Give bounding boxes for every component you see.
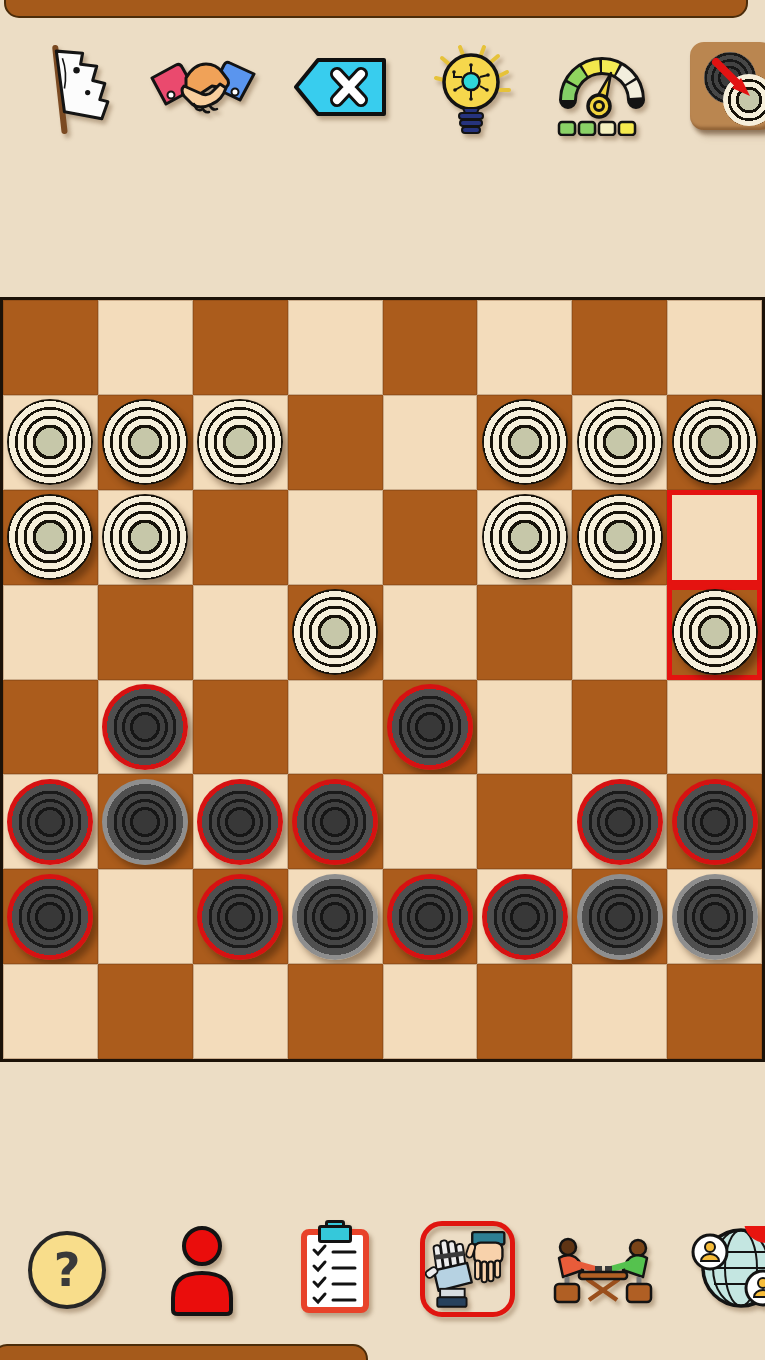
board-square-r6c6[interactable] (572, 869, 667, 964)
white-piece[interactable] (482, 399, 568, 485)
black-piece[interactable] (292, 779, 378, 865)
board-square-r2c4[interactable] (383, 490, 478, 585)
board-square-r0c6[interactable] (572, 300, 667, 395)
vs-computer-button[interactable] (420, 1221, 515, 1317)
board-square-r1c6[interactable] (572, 395, 667, 490)
globe-with-users-icon (686, 1226, 765, 1336)
board-square-r7c3[interactable] (288, 964, 383, 1059)
board-square-r4c6[interactable] (572, 680, 667, 775)
board-square-r6c7[interactable] (667, 869, 762, 964)
hint-button[interactable] (430, 44, 516, 142)
black-piece[interactable] (387, 874, 473, 960)
black-piece[interactable] (387, 684, 473, 770)
board-square-r0c0[interactable] (3, 300, 98, 395)
board-square-r0c1[interactable] (98, 300, 193, 395)
rules-button[interactable] (301, 1229, 369, 1313)
white-piece[interactable] (7, 494, 93, 580)
board-square-r3c1[interactable] (98, 585, 193, 680)
board-square-r2c7[interactable] (667, 490, 762, 585)
board-square-r0c7[interactable] (667, 300, 762, 395)
black-piece[interactable] (292, 874, 378, 960)
black-piece[interactable] (102, 684, 188, 770)
black-piece[interactable] (577, 779, 663, 865)
board-square-r6c5[interactable] (477, 869, 572, 964)
white-piece[interactable] (577, 399, 663, 485)
board-square-r1c2[interactable] (193, 395, 288, 490)
black-piece[interactable] (482, 874, 568, 960)
bottom-brown-bar (0, 1344, 368, 1360)
board-square-r1c7[interactable] (667, 395, 762, 490)
handshake-icon (150, 48, 256, 130)
board-square-r7c2[interactable] (193, 964, 288, 1059)
board-square-r7c5[interactable] (477, 964, 572, 1059)
white-flag-icon (24, 40, 120, 136)
board-square-r5c2[interactable] (193, 774, 288, 869)
board-square-r0c5[interactable] (477, 300, 572, 395)
white-piece[interactable] (482, 494, 568, 580)
board-square-r4c4[interactable] (383, 680, 478, 775)
red-capture-arrow-icon (690, 42, 765, 130)
gauge-icon (546, 44, 658, 136)
board-square-r3c6[interactable] (572, 585, 667, 680)
difficulty-button[interactable] (546, 44, 658, 140)
board-square-r5c5[interactable] (477, 774, 572, 869)
top-brown-bar (4, 0, 748, 18)
board-square-r4c0[interactable] (3, 680, 98, 775)
black-piece[interactable] (102, 779, 188, 865)
white-piece[interactable] (7, 399, 93, 485)
undo-button[interactable] (293, 55, 389, 123)
lightbulb-brain-icon (430, 44, 516, 138)
board-square-r7c1[interactable] (98, 964, 193, 1059)
board-square-r3c2[interactable] (193, 585, 288, 680)
question-mark-icon: ? (54, 1247, 81, 1293)
white-piece[interactable] (672, 589, 758, 675)
board-square-r1c5[interactable] (477, 395, 572, 490)
back-arrow-x-icon (293, 55, 389, 119)
board-square-r0c4[interactable] (383, 300, 478, 395)
board-square-r6c1[interactable] (98, 869, 193, 964)
board-square-r7c0[interactable] (3, 964, 98, 1059)
draw-offer-button[interactable] (150, 48, 256, 134)
board-square-r5c6[interactable] (572, 774, 667, 869)
board-square-r5c1[interactable] (98, 774, 193, 869)
capture-preview-tile[interactable] (690, 42, 765, 130)
red-person-icon (165, 1226, 239, 1318)
board-square-r0c3[interactable] (288, 300, 383, 395)
board-square-r4c5[interactable] (477, 680, 572, 775)
black-piece[interactable] (197, 874, 283, 960)
board-square-r4c7[interactable] (667, 680, 762, 775)
profile-button[interactable] (165, 1226, 239, 1322)
black-piece[interactable] (7, 874, 93, 960)
black-piece[interactable] (7, 779, 93, 865)
board-square-r6c3[interactable] (288, 869, 383, 964)
board-square-r2c5[interactable] (477, 490, 572, 585)
white-piece[interactable] (102, 399, 188, 485)
resign-flag-button[interactable] (24, 40, 120, 140)
board-square-r5c0[interactable] (3, 774, 98, 869)
board-square-r1c1[interactable] (98, 395, 193, 490)
board-square-r3c7[interactable] (667, 585, 762, 680)
black-piece[interactable] (577, 874, 663, 960)
board-square-r5c7[interactable] (667, 774, 762, 869)
white-piece[interactable] (577, 494, 663, 580)
board-square-r6c0[interactable] (3, 869, 98, 964)
board-square-r6c2[interactable] (193, 869, 288, 964)
board-square-r2c0[interactable] (3, 490, 98, 585)
board-square-r3c3[interactable] (288, 585, 383, 680)
board-square-r3c5[interactable] (477, 585, 572, 680)
black-piece[interactable] (672, 779, 758, 865)
board-square-r7c7[interactable] (667, 964, 762, 1059)
board-square-r6c4[interactable] (383, 869, 478, 964)
board-square-r4c1[interactable] (98, 680, 193, 775)
board-square-r4c3[interactable] (288, 680, 383, 775)
board-square-r5c3[interactable] (288, 774, 383, 869)
white-piece[interactable] (197, 399, 283, 485)
board-square-r0c2[interactable] (193, 300, 288, 395)
white-piece[interactable] (102, 494, 188, 580)
two-players-at-table-icon (553, 1234, 653, 1306)
board-square-r2c3[interactable] (288, 490, 383, 585)
board-square-r2c6[interactable] (572, 490, 667, 585)
black-piece[interactable] (672, 874, 758, 960)
checkers-app-screen: { "game": "Turkish draughts (Dama) - che… (0, 0, 765, 1360)
board-square-r5c4[interactable] (383, 774, 478, 869)
board-square-r4c2[interactable] (193, 680, 288, 775)
board-square-r7c4[interactable] (383, 964, 478, 1059)
board-square-r1c0[interactable] (3, 395, 98, 490)
board-square-r7c6[interactable] (572, 964, 667, 1059)
board-square-r2c2[interactable] (193, 490, 288, 585)
local-two-player-button[interactable] (553, 1234, 653, 1310)
board-square-r3c0[interactable] (3, 585, 98, 680)
board (0, 297, 765, 1062)
white-piece[interactable] (292, 589, 378, 675)
board-square-r3c4[interactable] (383, 585, 478, 680)
board-square-r1c4[interactable] (383, 395, 478, 490)
board-square-r2c1[interactable] (98, 490, 193, 585)
robot-hand-vs-human-hand-icon (425, 1226, 510, 1312)
online-button[interactable] (686, 1226, 765, 1340)
black-piece[interactable] (197, 779, 283, 865)
white-piece[interactable] (672, 399, 758, 485)
help-button[interactable]: ? (28, 1231, 106, 1309)
checklist-icon (307, 1241, 363, 1313)
board-square-r1c3[interactable] (288, 395, 383, 490)
